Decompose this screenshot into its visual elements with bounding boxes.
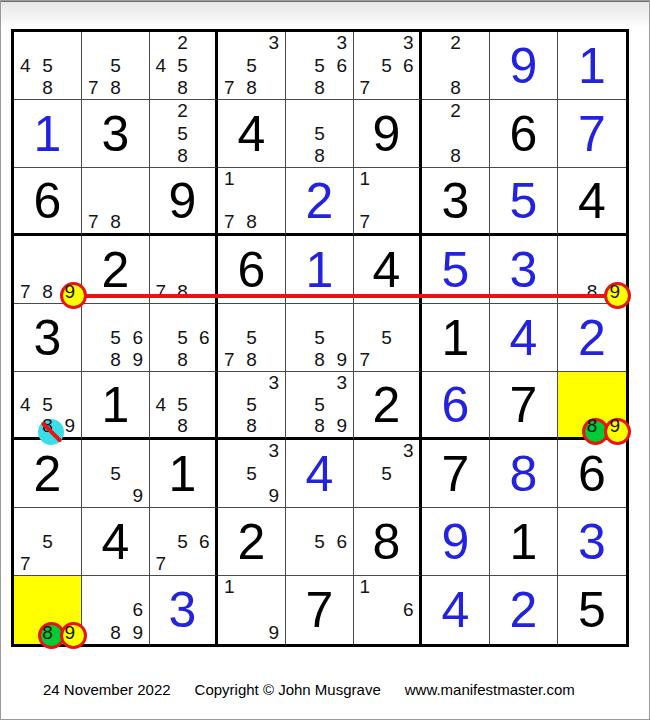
candidate-5: 5 bbox=[308, 326, 330, 348]
candidate-5: 5 bbox=[308, 122, 330, 144]
cell-r2c8[interactable]: 6 bbox=[490, 100, 558, 168]
cell-r7c2[interactable]: 59 bbox=[82, 440, 150, 508]
candidate-6: 6 bbox=[331, 54, 353, 76]
given-digit: 2 bbox=[14, 440, 81, 507]
cell-r6c6[interactable]: 2 bbox=[354, 372, 422, 440]
cell-r1c8[interactable]: 9 bbox=[490, 32, 558, 100]
candidate-8: 8 bbox=[36, 621, 58, 644]
cell-r5c4[interactable]: 578 bbox=[218, 304, 286, 372]
cell-r9c2[interactable]: 689 bbox=[82, 576, 150, 644]
cell-r8c4[interactable]: 2 bbox=[218, 508, 286, 576]
solved-digit: 1 bbox=[558, 32, 626, 99]
candidate-5: 5 bbox=[104, 462, 126, 484]
given-digit: 3 bbox=[82, 100, 149, 167]
candidate-5: 5 bbox=[172, 54, 194, 76]
candidate-1: 1 bbox=[218, 168, 240, 190]
given-digit: 1 bbox=[82, 372, 149, 437]
given-digit: 1 bbox=[490, 508, 557, 575]
candidate-8: 8 bbox=[240, 77, 262, 99]
given-digit: 2 bbox=[354, 372, 419, 437]
candidate-8: 8 bbox=[104, 211, 126, 233]
candidate-7: 7 bbox=[82, 211, 104, 233]
candidate-3: 3 bbox=[263, 440, 285, 462]
cell-r8c9[interactable]: 3 bbox=[558, 508, 626, 576]
solved-digit: 3 bbox=[150, 576, 215, 644]
strong-link-line bbox=[74, 294, 618, 298]
cell-r1c6[interactable]: 3567 bbox=[354, 32, 422, 100]
candidate-8: 8 bbox=[240, 415, 262, 437]
candidate-5: 5 bbox=[308, 530, 330, 552]
solved-digit: 8 bbox=[490, 440, 557, 507]
solved-digit: 3 bbox=[558, 508, 626, 575]
cell-r5c3[interactable]: 568 bbox=[150, 304, 218, 372]
cell-r8c1[interactable]: 57 bbox=[14, 508, 82, 576]
cell-r2c5[interactable]: 58 bbox=[286, 100, 354, 168]
solved-digit: 7 bbox=[558, 100, 626, 167]
cell-r3c9[interactable]: 4 bbox=[558, 168, 626, 236]
candidate-2: 2 bbox=[444, 32, 466, 54]
given-digit: 2 bbox=[218, 508, 285, 575]
cell-r3c4[interactable]: 178 bbox=[218, 168, 286, 236]
given-digit: 9 bbox=[354, 100, 419, 167]
candidate-9: 9 bbox=[127, 485, 149, 507]
candidate-9: 9 bbox=[127, 621, 149, 644]
cell-r6c3[interactable]: 458 bbox=[150, 372, 218, 440]
caption-copyright: Copyright © John Musgrave bbox=[195, 681, 381, 698]
cell-r2c6[interactable]: 9 bbox=[354, 100, 422, 168]
candidate-9: 9 bbox=[331, 415, 353, 437]
cell-r4c1[interactable]: 789 bbox=[14, 236, 82, 304]
solved-digit: 2 bbox=[286, 168, 353, 233]
candidate-4: 4 bbox=[14, 394, 36, 416]
sudoku-page: 4585782458357835683567289113258458928676… bbox=[0, 0, 650, 720]
cell-r8c7[interactable]: 9 bbox=[422, 508, 490, 576]
given-digit: 7 bbox=[286, 576, 353, 644]
sudoku-board: 4585782458357835683567289113258458928676… bbox=[11, 29, 629, 647]
cell-r6c4[interactable]: 358 bbox=[218, 372, 286, 440]
candidate-3: 3 bbox=[397, 440, 419, 462]
candidate-8: 8 bbox=[172, 415, 194, 437]
given-digit: 4 bbox=[558, 168, 626, 233]
candidate-4: 4 bbox=[150, 54, 172, 76]
candidate-5: 5 bbox=[104, 54, 126, 76]
candidate-7: 7 bbox=[218, 349, 240, 371]
candidate-8: 8 bbox=[308, 77, 330, 99]
cell-r7c3[interactable]: 1 bbox=[150, 440, 218, 508]
candidate-8: 8 bbox=[308, 415, 330, 437]
candidate-8: 8 bbox=[581, 281, 604, 303]
cell-r1c1[interactable]: 458 bbox=[14, 32, 82, 100]
candidate-8: 8 bbox=[104, 621, 126, 644]
candidate-1: 1 bbox=[218, 576, 240, 599]
candidate-4: 4 bbox=[150, 394, 172, 416]
given-digit: 6 bbox=[14, 168, 81, 233]
cell-r3c8[interactable]: 5 bbox=[490, 168, 558, 236]
candidate-9: 9 bbox=[59, 281, 81, 303]
caption-website: www.manifestmaster.com bbox=[405, 681, 575, 698]
cell-r8c6[interactable]: 8 bbox=[354, 508, 422, 576]
candidate-8: 8 bbox=[172, 281, 194, 303]
candidate-8: 8 bbox=[36, 77, 58, 99]
candidate-3: 3 bbox=[263, 372, 285, 394]
candidate-7: 7 bbox=[82, 77, 104, 99]
candidate-8: 8 bbox=[104, 349, 126, 371]
cell-r3c3[interactable]: 9 bbox=[150, 168, 218, 236]
cell-r5c5[interactable]: 589 bbox=[286, 304, 354, 372]
candidate-3: 3 bbox=[331, 372, 353, 394]
cell-r3c7[interactable]: 3 bbox=[422, 168, 490, 236]
cell-r5c9[interactable]: 2 bbox=[558, 304, 626, 372]
cell-r9c3[interactable]: 3 bbox=[150, 576, 218, 644]
candidate-8: 8 bbox=[172, 145, 194, 167]
candidate-8: 8 bbox=[444, 77, 466, 99]
candidate-7: 7 bbox=[150, 281, 172, 303]
cell-r9c1[interactable]: 89 bbox=[14, 576, 82, 644]
candidate-7: 7 bbox=[14, 553, 36, 575]
candidate-6: 6 bbox=[397, 599, 419, 622]
candidate-5: 5 bbox=[308, 54, 330, 76]
candidate-5: 5 bbox=[172, 530, 194, 552]
solved-digit: 6 bbox=[422, 372, 489, 437]
candidate-9: 9 bbox=[59, 621, 81, 644]
cell-r9c8[interactable]: 2 bbox=[490, 576, 558, 644]
candidate-8: 8 bbox=[172, 349, 194, 371]
given-digit: 1 bbox=[150, 440, 215, 507]
cell-r7c7[interactable]: 7 bbox=[422, 440, 490, 508]
candidate-6: 6 bbox=[127, 326, 149, 348]
candidate-3: 3 bbox=[397, 32, 419, 54]
candidate-5: 5 bbox=[172, 122, 194, 144]
candidate-1: 1 bbox=[354, 168, 376, 190]
candidate-8: 8 bbox=[308, 349, 330, 371]
candidate-5: 5 bbox=[104, 326, 126, 348]
candidate-9: 9 bbox=[603, 281, 626, 303]
given-digit: 5 bbox=[558, 576, 626, 644]
window-top-strip bbox=[1, 1, 649, 26]
cell-r9c9[interactable]: 5 bbox=[558, 576, 626, 644]
caption-date: 24 November 2022 bbox=[43, 681, 171, 698]
cell-r1c3[interactable]: 2458 bbox=[150, 32, 218, 100]
caption: 24 November 2022 Copyright © John Musgra… bbox=[43, 681, 575, 698]
cell-r3c6[interactable]: 17 bbox=[354, 168, 422, 236]
candidate-5: 5 bbox=[240, 326, 262, 348]
solved-digit: 9 bbox=[490, 32, 557, 99]
cell-r5c1[interactable]: 3 bbox=[14, 304, 82, 372]
candidate-7: 7 bbox=[354, 211, 376, 233]
candidate-9: 9 bbox=[263, 485, 285, 507]
cell-r2c4[interactable]: 4 bbox=[218, 100, 286, 168]
candidate-8: 8 bbox=[36, 281, 58, 303]
cell-r7c8[interactable]: 8 bbox=[490, 440, 558, 508]
cell-r9c5[interactable]: 7 bbox=[286, 576, 354, 644]
cell-r5c7[interactable]: 1 bbox=[422, 304, 490, 372]
cell-r6c9[interactable]: 89 bbox=[558, 372, 626, 440]
given-digit: 7 bbox=[422, 440, 489, 507]
cell-r9c7[interactable]: 4 bbox=[422, 576, 490, 644]
given-digit: 8 bbox=[354, 508, 419, 575]
cell-r6c8[interactable]: 7 bbox=[490, 372, 558, 440]
cell-r9c4[interactable]: 19 bbox=[218, 576, 286, 644]
solved-digit: 4 bbox=[422, 576, 489, 644]
given-digit: 3 bbox=[14, 304, 81, 371]
candidate-6: 6 bbox=[127, 599, 149, 622]
cell-r5c6[interactable]: 57 bbox=[354, 304, 422, 372]
candidate-5: 5 bbox=[240, 394, 262, 416]
candidate-8: 8 bbox=[172, 77, 194, 99]
candidate-5: 5 bbox=[36, 394, 58, 416]
candidate-9: 9 bbox=[603, 415, 626, 437]
given-digit: 7 bbox=[490, 372, 557, 437]
candidate-2: 2 bbox=[172, 32, 194, 54]
cell-r8c5[interactable]: 56 bbox=[286, 508, 354, 576]
candidate-2: 2 bbox=[172, 100, 194, 122]
candidate-8: 8 bbox=[444, 145, 466, 167]
candidate-9: 9 bbox=[331, 349, 353, 371]
candidate-5: 5 bbox=[172, 394, 194, 416]
candidate-8: 8 bbox=[240, 349, 262, 371]
candidate-8: 8 bbox=[581, 415, 604, 437]
given-digit: 6 bbox=[490, 100, 557, 167]
candidate-6: 6 bbox=[193, 530, 215, 552]
cell-r6c7[interactable]: 6 bbox=[422, 372, 490, 440]
cell-r2c9[interactable]: 7 bbox=[558, 100, 626, 168]
cell-r6c2[interactable]: 1 bbox=[82, 372, 150, 440]
cell-r9c6[interactable]: 16 bbox=[354, 576, 422, 644]
candidate-5: 5 bbox=[172, 326, 194, 348]
given-digit: 4 bbox=[82, 508, 149, 575]
cell-r3c5[interactable]: 2 bbox=[286, 168, 354, 236]
candidate-8: 8 bbox=[240, 211, 262, 233]
candidate-5: 5 bbox=[376, 326, 398, 348]
cell-r7c9[interactable]: 6 bbox=[558, 440, 626, 508]
cell-r5c8[interactable]: 4 bbox=[490, 304, 558, 372]
solved-digit: 2 bbox=[490, 576, 557, 644]
cell-r7c4[interactable]: 359 bbox=[218, 440, 286, 508]
candidate-8: 8 bbox=[104, 77, 126, 99]
cell-r2c1[interactable]: 1 bbox=[14, 100, 82, 168]
candidate-5: 5 bbox=[376, 54, 398, 76]
cell-r3c1[interactable]: 6 bbox=[14, 168, 82, 236]
candidate-3: 3 bbox=[331, 32, 353, 54]
solved-digit: 4 bbox=[490, 304, 557, 371]
candidate-5: 5 bbox=[240, 54, 262, 76]
cell-r7c1[interactable]: 2 bbox=[14, 440, 82, 508]
cell-r1c2[interactable]: 578 bbox=[82, 32, 150, 100]
candidate-7: 7 bbox=[354, 77, 376, 99]
candidate-6: 6 bbox=[331, 530, 353, 552]
candidate-7: 7 bbox=[150, 553, 172, 575]
cell-r1c4[interactable]: 3578 bbox=[218, 32, 286, 100]
candidate-8: 8 bbox=[308, 145, 330, 167]
candidate-5: 5 bbox=[36, 530, 58, 552]
candidate-5: 5 bbox=[376, 462, 398, 484]
cell-r1c9[interactable]: 1 bbox=[558, 32, 626, 100]
given-digit: 3 bbox=[422, 168, 489, 233]
solved-digit: 9 bbox=[422, 508, 489, 575]
cell-r7c6[interactable]: 35 bbox=[354, 440, 422, 508]
candidate-7: 7 bbox=[354, 349, 376, 371]
given-digit: 6 bbox=[558, 440, 626, 507]
cell-r1c7[interactable]: 28 bbox=[422, 32, 490, 100]
cell-r7c5[interactable]: 4 bbox=[286, 440, 354, 508]
cell-r8c8[interactable]: 1 bbox=[490, 508, 558, 576]
candidate-6: 6 bbox=[397, 54, 419, 76]
candidate-7: 7 bbox=[14, 281, 36, 303]
given-digit: 1 bbox=[422, 304, 489, 371]
cell-r2c3[interactable]: 258 bbox=[150, 100, 218, 168]
cell-r6c5[interactable]: 3589 bbox=[286, 372, 354, 440]
cell-r1c5[interactable]: 3568 bbox=[286, 32, 354, 100]
cell-r3c2[interactable]: 78 bbox=[82, 168, 150, 236]
candidate-6: 6 bbox=[193, 326, 215, 348]
cell-r8c3[interactable]: 567 bbox=[150, 508, 218, 576]
solved-digit: 1 bbox=[14, 100, 81, 167]
candidate-1: 1 bbox=[354, 576, 376, 599]
cell-r2c7[interactable]: 28 bbox=[422, 100, 490, 168]
solved-digit: 2 bbox=[558, 304, 626, 371]
cell-r2c2[interactable]: 3 bbox=[82, 100, 150, 168]
candidate-2: 2 bbox=[444, 100, 466, 122]
candidate-4: 4 bbox=[14, 54, 36, 76]
cell-r5c2[interactable]: 5689 bbox=[82, 304, 150, 372]
cell-r8c2[interactable]: 4 bbox=[82, 508, 150, 576]
candidate-9: 9 bbox=[127, 349, 149, 371]
candidate-7: 7 bbox=[218, 211, 240, 233]
candidate-9: 9 bbox=[263, 621, 285, 644]
solved-digit: 5 bbox=[490, 168, 557, 233]
given-digit: 9 bbox=[150, 168, 215, 233]
candidate-7: 7 bbox=[218, 77, 240, 99]
candidate-5: 5 bbox=[308, 394, 330, 416]
candidate-5: 5 bbox=[240, 462, 262, 484]
solved-digit: 4 bbox=[286, 440, 353, 507]
given-digit: 4 bbox=[218, 100, 285, 167]
candidate-5: 5 bbox=[36, 54, 58, 76]
candidate-3: 3 bbox=[263, 32, 285, 54]
